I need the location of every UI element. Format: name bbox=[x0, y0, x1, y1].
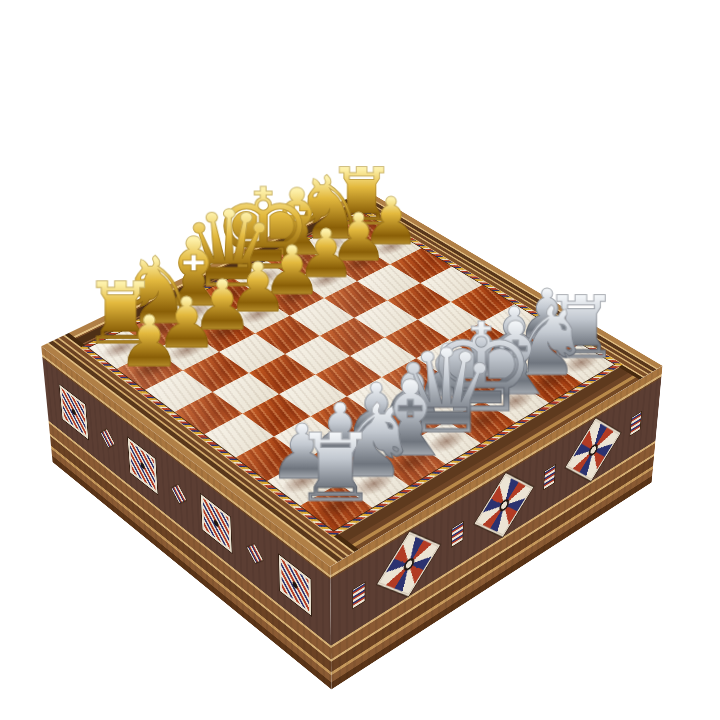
gold-pawn-a7: ♟ bbox=[118, 306, 181, 377]
product-photo-scene: ♜♞♝♛♚♝♞♜♟♟♟♟♟♟♟♟♟♟♟♟♟♟♟♟♜♞♝♛♚♝♞♜ bbox=[0, 0, 720, 720]
chess-piece-glyph: ♟ bbox=[118, 306, 181, 377]
mosaic-medallion-accent bbox=[544, 465, 555, 489]
mosaic-medallion-diamond bbox=[475, 473, 534, 537]
mosaic-medallion-square bbox=[279, 555, 311, 616]
mosaic-medallion-square bbox=[59, 385, 88, 440]
mosaic-medallion-accent bbox=[353, 583, 365, 608]
mosaic-medallion-accent bbox=[247, 544, 263, 562]
mosaic-chess-box: ♜♞♝♛♚♝♞♜♟♟♟♟♟♟♟♟♟♟♟♟♟♟♟♟♜♞♝♛♚♝♞♜ bbox=[41, 190, 662, 567]
mosaic-medallion-accent bbox=[101, 429, 115, 447]
chess-piece-glyph: ♜ bbox=[294, 420, 379, 514]
silver-rook-a1: ♜ bbox=[294, 420, 379, 514]
mosaic-medallion-accent bbox=[172, 485, 187, 503]
mosaic-medallion-accent bbox=[630, 412, 641, 435]
mosaic-medallion-diamond bbox=[377, 532, 440, 597]
mosaic-medallion-square bbox=[128, 438, 158, 495]
mosaic-medallion-accent bbox=[452, 522, 463, 547]
mosaic-medallion-diamond bbox=[566, 418, 621, 481]
mosaic-medallion-square bbox=[201, 494, 232, 553]
